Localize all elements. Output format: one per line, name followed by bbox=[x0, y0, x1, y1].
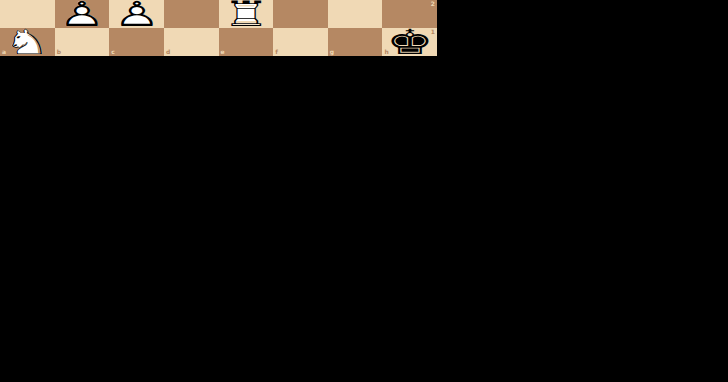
page-background: { "game": "chess", "position": { "fen": … bbox=[0, 0, 728, 382]
square-f2[interactable] bbox=[273, 0, 328, 28]
square-d2[interactable] bbox=[164, 0, 219, 28]
square-d1[interactable]: d bbox=[164, 28, 219, 56]
file-label-b: b bbox=[57, 49, 61, 55]
white-rook-outline-glyph: ♖ bbox=[222, 0, 269, 31]
square-b2[interactable]: ♟♙ bbox=[55, 0, 110, 28]
square-a1[interactable]: ♞♘a bbox=[0, 28, 55, 56]
white-knight-outline-glyph: ♘ bbox=[4, 25, 51, 60]
file-label-f: f bbox=[275, 49, 278, 55]
square-g2[interactable] bbox=[328, 0, 383, 28]
white-pawn-outline-glyph: ♙ bbox=[58, 0, 105, 31]
chess-board[interactable]: ♟♙♟♙♜♖2♞♘abcdefg♚1h bbox=[0, 0, 437, 56]
file-label-e: e bbox=[221, 49, 225, 55]
square-e2[interactable]: ♜♖ bbox=[219, 0, 274, 28]
white-pawn-outline-glyph: ♙ bbox=[113, 0, 160, 31]
square-f1[interactable]: f bbox=[273, 28, 328, 56]
file-label-g: g bbox=[330, 49, 334, 55]
square-c2[interactable]: ♟♙ bbox=[109, 0, 164, 28]
piece-white-knight[interactable]: ♞♘ bbox=[0, 28, 55, 56]
file-label-d: d bbox=[166, 49, 170, 55]
square-h1[interactable]: ♚1h bbox=[382, 28, 437, 56]
file-label-h: h bbox=[384, 49, 388, 55]
file-label-a: a bbox=[2, 49, 6, 55]
rank-label-1: 1 bbox=[431, 29, 435, 35]
square-g1[interactable]: g bbox=[328, 28, 383, 56]
file-label-c: c bbox=[111, 49, 115, 55]
rank-label-2: 2 bbox=[431, 1, 435, 7]
piece-white-pawn[interactable]: ♟♙ bbox=[109, 0, 164, 28]
black-king-glyph: ♚ bbox=[386, 25, 433, 60]
piece-black-king[interactable]: ♚ bbox=[382, 28, 437, 56]
piece-white-rook[interactable]: ♜♖ bbox=[219, 0, 274, 28]
piece-white-pawn[interactable]: ♟♙ bbox=[55, 0, 110, 28]
